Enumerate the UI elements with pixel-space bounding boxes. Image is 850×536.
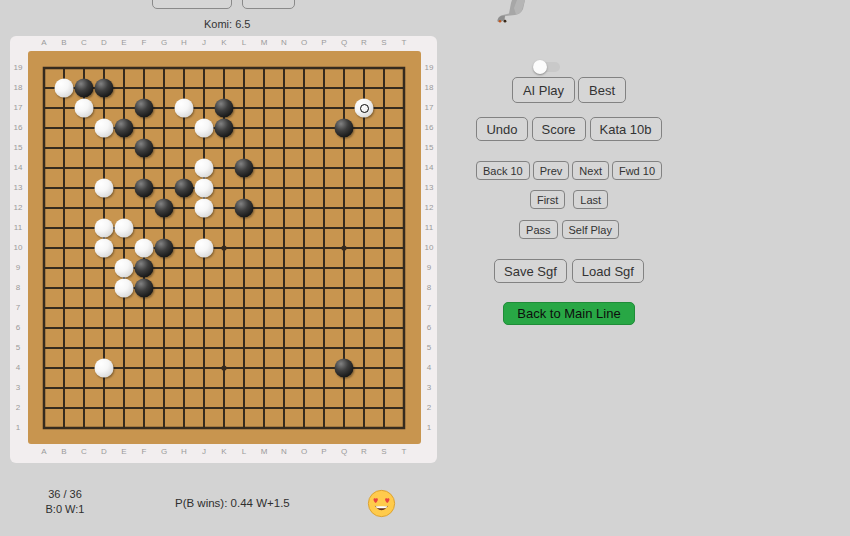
stone-black-F9 (135, 259, 154, 278)
score-button[interactable]: Score (532, 117, 586, 141)
stone-white-E11 (115, 219, 134, 238)
stone-white-E8 (115, 279, 134, 298)
stone-black-Q16 (335, 119, 354, 138)
move-counter: 36 / 36 (40, 487, 90, 502)
move-status: 36 / 36 B:0 W:1 (40, 487, 90, 517)
stone-white-J12 (195, 199, 214, 218)
stone-black-Q4 (335, 359, 354, 378)
stone-black-E16 (115, 119, 134, 138)
stone-white-D10 (95, 239, 114, 258)
first-button[interactable]: First (530, 190, 565, 209)
undo-button[interactable]: Undo (476, 117, 527, 141)
stone-black-K16 (215, 119, 234, 138)
prev-button[interactable]: Prev (533, 161, 570, 180)
stone-white-H17 (175, 99, 194, 118)
go-board[interactable]: AABBCCDDEEFFGGHHJJKKLLMMNNOOPPQQRRSSTT19… (10, 36, 437, 463)
load-sgf-button[interactable]: Load Sgf (572, 259, 644, 283)
stone-white-J16 (195, 119, 214, 138)
stone-black-F15 (135, 139, 154, 158)
stone-white-J13 (195, 179, 214, 198)
next-button[interactable]: Next (572, 161, 609, 180)
go-app-page: { "game": "go", "top_bar": { "komi_label… (0, 0, 850, 536)
stone-black-F13 (135, 179, 154, 198)
stone-white-R17 (355, 99, 374, 118)
stone-black-H13 (175, 179, 194, 198)
kata-engine-button[interactable]: Kata 10b (590, 117, 662, 141)
stone-black-F8 (135, 279, 154, 298)
stone-white-J10 (195, 239, 214, 258)
stone-black-K17 (215, 99, 234, 118)
toggle-knob[interactable] (533, 60, 547, 74)
stone-white-D13 (95, 179, 114, 198)
walking-figure-cropped-image (492, 0, 536, 28)
ai-play-button[interactable]: AI Play (512, 77, 575, 103)
stone-white-E9 (115, 259, 134, 278)
back-10-button[interactable]: Back 10 (476, 161, 530, 180)
top-button-right-cropped[interactable] (242, 0, 295, 9)
stone-black-D18 (95, 79, 114, 98)
stone-black-L12 (235, 199, 254, 218)
heart-eyes-emoji (367, 489, 396, 522)
stone-white-D16 (95, 119, 114, 138)
winrate-text: P(B wins): 0.44 W+1.5 (175, 497, 290, 509)
stone-black-F17 (135, 99, 154, 118)
ai-toggle-switch[interactable] (535, 62, 560, 72)
stone-black-L14 (235, 159, 254, 178)
best-button[interactable]: Best (578, 77, 626, 103)
komi-label: Komi: 6.5 (204, 18, 250, 30)
stone-black-C18 (75, 79, 94, 98)
last-button[interactable]: Last (573, 190, 608, 209)
save-sgf-button[interactable]: Save Sgf (494, 259, 567, 283)
stone-black-G10 (155, 239, 174, 258)
fwd-10-button[interactable]: Fwd 10 (612, 161, 662, 180)
self-play-button[interactable]: Self Play (562, 220, 619, 239)
stone-black-G12 (155, 199, 174, 218)
stone-white-D11 (95, 219, 114, 238)
stone-white-C17 (75, 99, 94, 118)
stone-white-J14 (195, 159, 214, 178)
stone-white-F10 (135, 239, 154, 258)
top-button-left-cropped[interactable] (152, 0, 232, 9)
pass-button[interactable]: Pass (519, 220, 557, 239)
last-move-marker (360, 104, 369, 113)
stone-white-B18 (55, 79, 74, 98)
stone-white-D4 (95, 359, 114, 378)
captures-counter: B:0 W:1 (40, 502, 90, 517)
back-to-main-line-button[interactable]: Back to Main Line (503, 302, 634, 325)
